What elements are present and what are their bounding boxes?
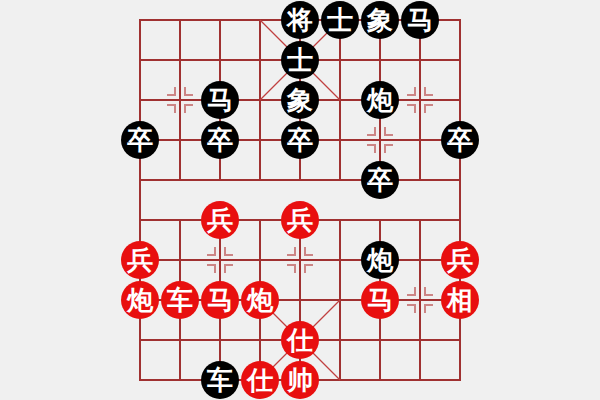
piece-red-soldier[interactable]: 兵 [441,241,479,279]
piece-black-elephant[interactable]: 象 [281,81,319,119]
piece-red-cannon[interactable]: 炮 [121,281,159,319]
piece-black-soldier[interactable]: 卒 [361,161,399,199]
piece-red-advisor[interactable]: 仕 [281,321,319,359]
piece-red-soldier[interactable]: 兵 [121,241,159,279]
piece-black-advisor[interactable]: 士 [321,1,359,39]
piece-black-cannon[interactable]: 炮 [361,81,399,119]
piece-red-horse[interactable]: 马 [361,281,399,319]
piece-red-chariot[interactable]: 车 [161,281,199,319]
pieces-layer: 将士士象象马马炮炮车卒卒卒卒卒帅仕仕相马马车炮炮兵兵兵兵 [0,0,600,400]
piece-red-general[interactable]: 帅 [281,361,319,399]
xiangqi-board[interactable]: 将士士象象马马炮炮车卒卒卒卒卒帅仕仕相马马车炮炮兵兵兵兵 [0,0,600,400]
piece-black-soldier[interactable]: 卒 [201,121,239,159]
piece-black-soldier[interactable]: 卒 [121,121,159,159]
piece-red-advisor[interactable]: 仕 [241,361,279,399]
piece-black-chariot[interactable]: 车 [201,361,239,399]
piece-red-soldier[interactable]: 兵 [281,201,319,239]
piece-black-soldier[interactable]: 卒 [281,121,319,159]
piece-black-general[interactable]: 将 [281,1,319,39]
piece-black-advisor[interactable]: 士 [281,41,319,79]
piece-red-horse[interactable]: 马 [201,281,239,319]
piece-red-soldier[interactable]: 兵 [201,201,239,239]
piece-black-horse[interactable]: 马 [201,81,239,119]
piece-red-elephant[interactable]: 相 [441,281,479,319]
piece-black-cannon[interactable]: 炮 [361,241,399,279]
piece-black-soldier[interactable]: 卒 [441,121,479,159]
piece-black-horse[interactable]: 马 [401,1,439,39]
piece-black-elephant[interactable]: 象 [361,1,399,39]
piece-red-cannon[interactable]: 炮 [241,281,279,319]
